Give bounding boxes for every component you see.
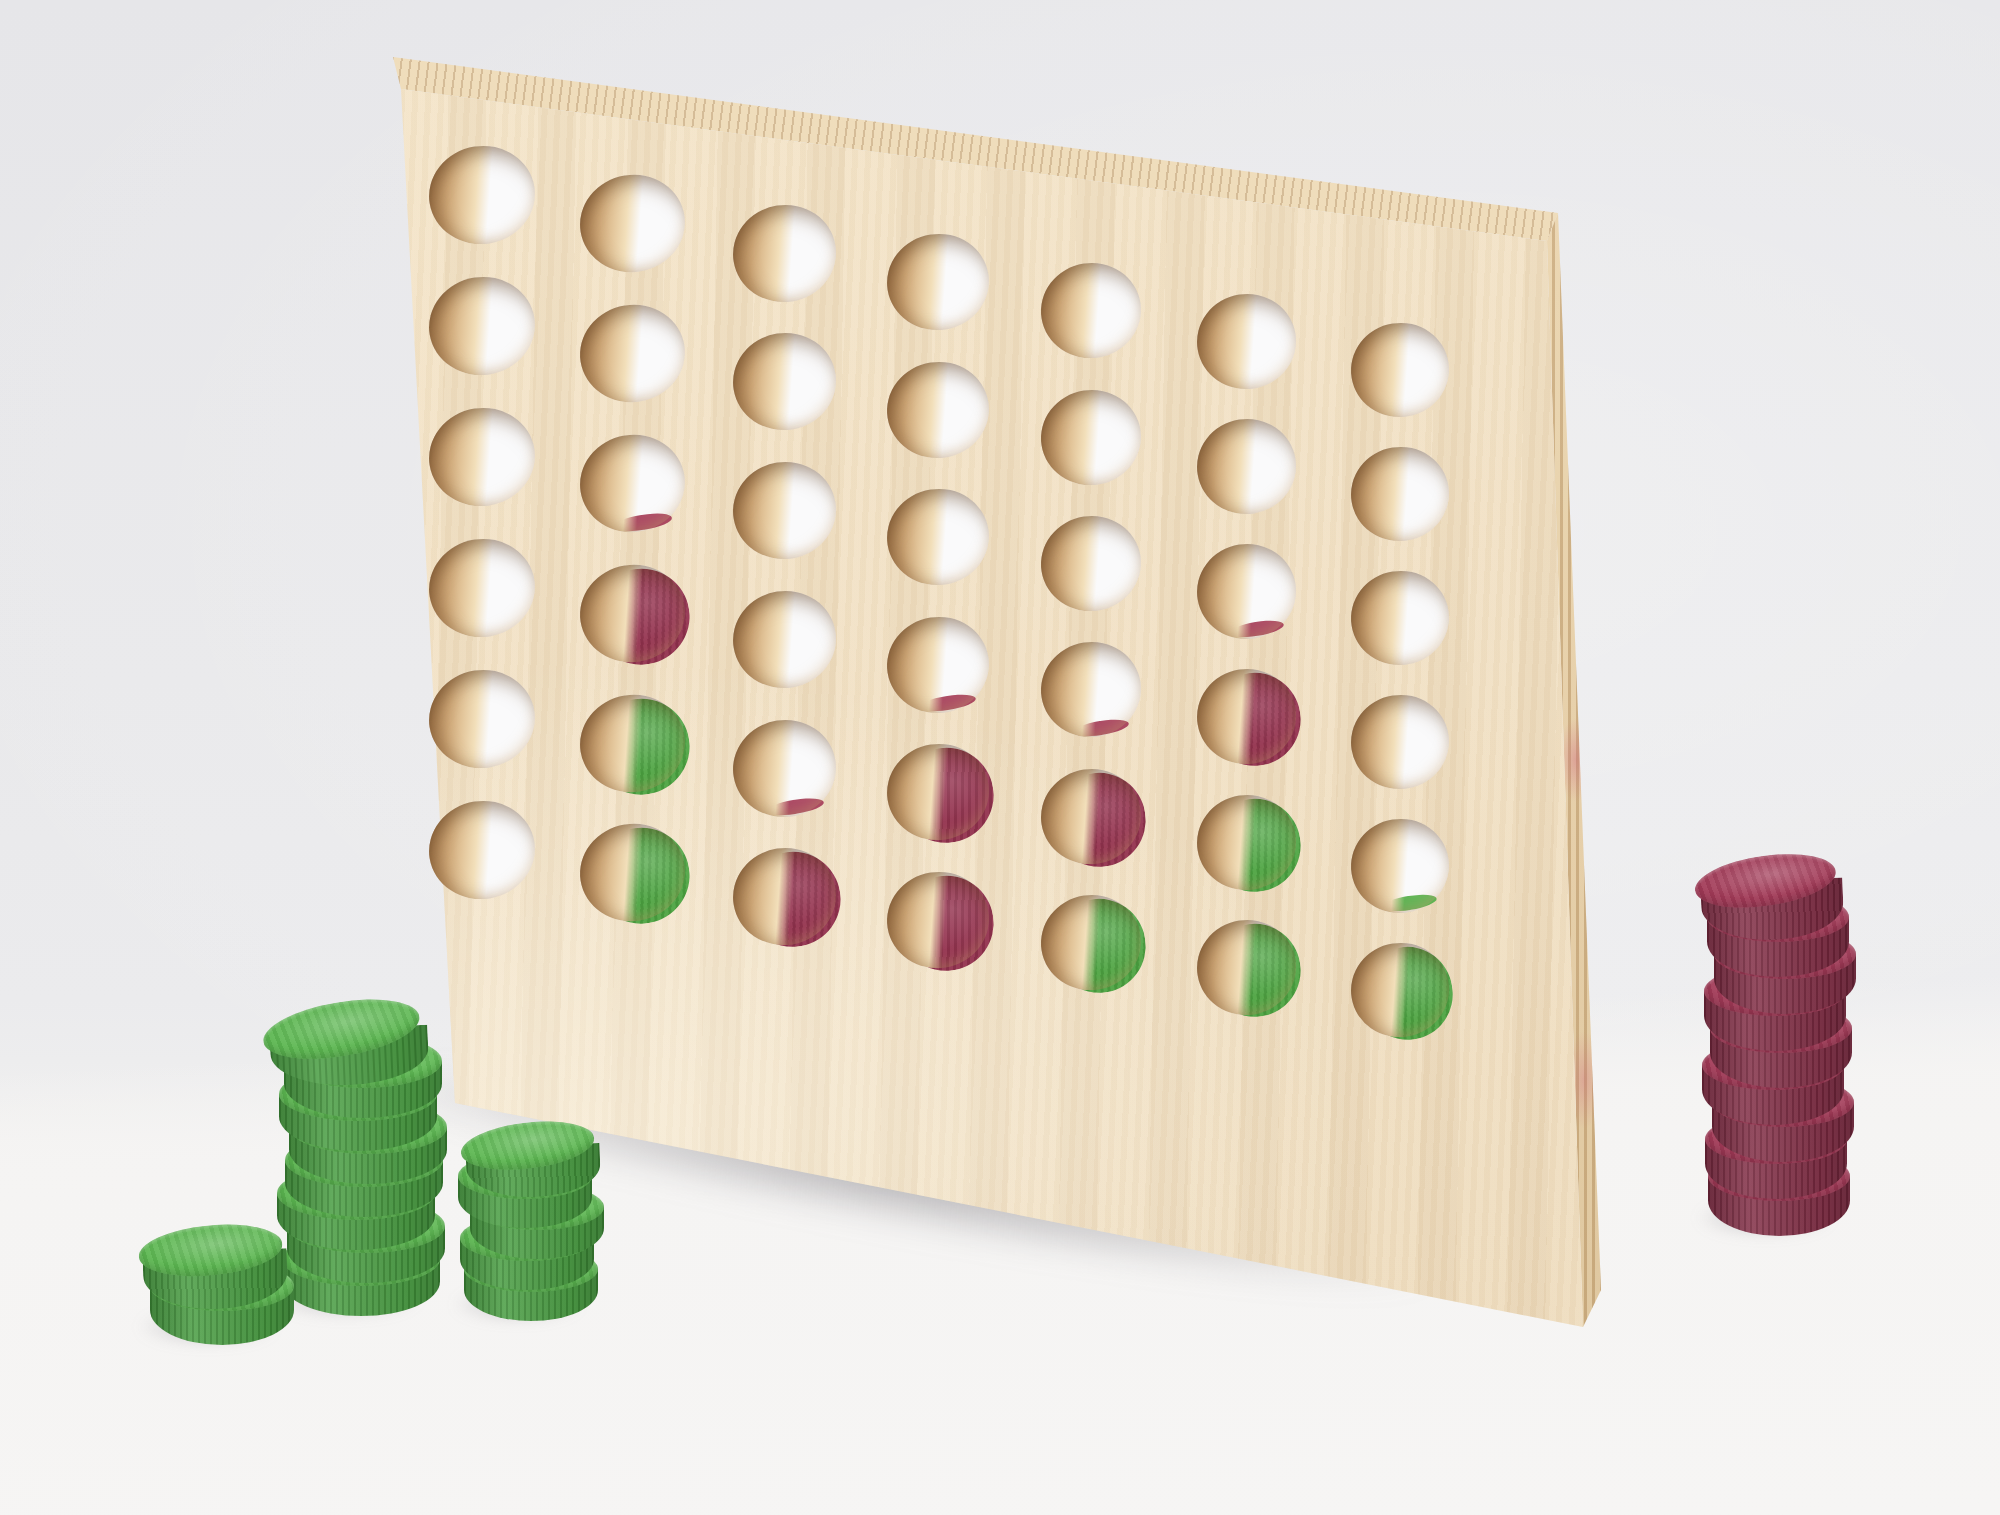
- photo-scene: [0, 0, 2000, 1515]
- green-tall-stack-disc-8-top: [268, 998, 430, 1092]
- green-short-stack-disc-5-top: [465, 1120, 601, 1201]
- green-pair-disc-2-top: [142, 1223, 288, 1312]
- red-stack-disc-9-top: [1699, 852, 1844, 944]
